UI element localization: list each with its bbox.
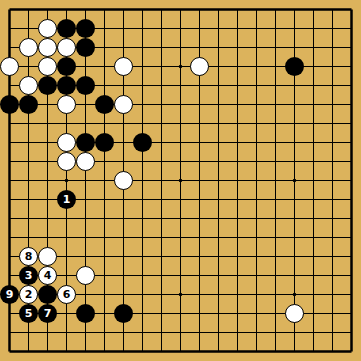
white-stone: 6: [57, 285, 76, 304]
white-stone: [57, 133, 76, 152]
white-stone: 8: [19, 247, 38, 266]
white-stone: 4: [38, 266, 57, 285]
white-stone: [38, 19, 57, 38]
white-stone: [57, 95, 76, 114]
white-stone: [114, 171, 133, 190]
white-stone: [19, 38, 38, 57]
black-stone: [76, 76, 95, 95]
white-stone: [19, 76, 38, 95]
move-number-label: 7: [44, 308, 52, 319]
black-stone: [76, 38, 95, 57]
black-stone: [133, 133, 152, 152]
black-stone: [285, 57, 304, 76]
white-stone: [76, 152, 95, 171]
move-number-label: 3: [25, 270, 33, 281]
black-stone: [57, 76, 76, 95]
black-stone: 9: [0, 285, 19, 304]
move-number-label: 5: [25, 308, 33, 319]
black-stone: [38, 285, 57, 304]
black-stone: [19, 95, 38, 114]
stones-layer: 183492657: [0, 0, 361, 361]
white-stone: [285, 304, 304, 323]
move-number-label: 8: [25, 251, 33, 262]
black-stone: [38, 76, 57, 95]
white-stone: [0, 57, 19, 76]
go-board: 183492657: [0, 0, 361, 361]
black-stone: [95, 95, 114, 114]
black-stone: 5: [19, 304, 38, 323]
move-number-label: 4: [44, 270, 52, 281]
white-stone: [76, 266, 95, 285]
white-stone: [38, 57, 57, 76]
move-number-label: 1: [63, 194, 71, 205]
black-stone: [76, 304, 95, 323]
white-stone: [114, 95, 133, 114]
black-stone: [114, 304, 133, 323]
white-stone: 2: [19, 285, 38, 304]
black-stone: [57, 19, 76, 38]
move-number-label: 6: [63, 289, 71, 300]
black-stone: [76, 19, 95, 38]
black-stone: 1: [57, 190, 76, 209]
black-stone: [57, 57, 76, 76]
white-stone: [114, 57, 133, 76]
white-stone: [38, 247, 57, 266]
white-stone: [57, 152, 76, 171]
move-number-label: 2: [25, 289, 33, 300]
white-stone: [57, 38, 76, 57]
black-stone: 7: [38, 304, 57, 323]
black-stone: [0, 95, 19, 114]
white-stone: [190, 57, 209, 76]
white-stone: [38, 38, 57, 57]
black-stone: [76, 133, 95, 152]
move-number-label: 9: [6, 289, 14, 300]
black-stone: 3: [19, 266, 38, 285]
black-stone: [95, 133, 114, 152]
